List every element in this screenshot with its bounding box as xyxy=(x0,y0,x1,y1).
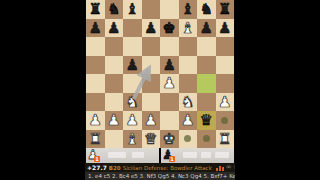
piece-white-knight[interactable]: ♞ xyxy=(123,93,142,112)
piece-black-rook[interactable]: ♜ xyxy=(216,0,235,19)
piece-white-pawn[interactable]: ♟ xyxy=(123,111,142,130)
square-f2[interactable]: ♟ xyxy=(179,111,198,130)
square-e2[interactable] xyxy=(160,111,179,130)
legal-move-dot-g1[interactable] xyxy=(203,135,210,142)
square-f1[interactable] xyxy=(179,130,198,149)
piece-white-pawn[interactable]: ♟ xyxy=(179,111,198,130)
tray-placeholder xyxy=(132,152,144,158)
square-e3[interactable] xyxy=(160,93,179,112)
piece-white-queen[interactable]: ♛ xyxy=(142,130,161,149)
piece-white-pawn[interactable]: ♟ xyxy=(160,74,179,93)
square-b8[interactable]: ♞ xyxy=(105,0,124,19)
piece-black-pawn[interactable]: ♟ xyxy=(197,19,216,38)
square-h4[interactable] xyxy=(216,74,235,93)
piece-black-pawn[interactable]: ♟ xyxy=(105,19,124,38)
tray-placeholder xyxy=(108,152,126,158)
legal-move-dot-h2[interactable] xyxy=(221,117,228,124)
square-g4[interactable] xyxy=(197,74,216,93)
square-g5[interactable] xyxy=(197,56,216,75)
piece-white-rook[interactable]: ♜ xyxy=(86,130,105,149)
square-d5[interactable] xyxy=(142,56,161,75)
white-capture-badge: 1 xyxy=(94,156,100,162)
square-e8[interactable] xyxy=(160,0,179,19)
app-content: ♜♞♝♝♞♜♟♟♟♚♝♟♟♟♟♟♞♞♟♟♟♟♟♟♛♜♝♛♚♜ ♟ 1 ♟ 1 xyxy=(85,0,235,180)
square-f8[interactable]: ♝ xyxy=(179,0,198,19)
square-d2[interactable]: ♟ xyxy=(142,111,161,130)
piece-white-knight[interactable]: ♞ xyxy=(179,93,198,112)
piece-black-knight[interactable]: ♞ xyxy=(105,0,124,19)
bar-chart-icon[interactable] xyxy=(216,165,224,171)
square-a1[interactable]: ♜ xyxy=(86,130,105,149)
piece-black-knight[interactable]: ♞ xyxy=(197,0,216,19)
piece-black-rook[interactable]: ♜ xyxy=(86,0,105,19)
square-g3[interactable] xyxy=(197,93,216,112)
square-a7[interactable]: ♟ xyxy=(86,19,105,38)
square-c2[interactable]: ♟ xyxy=(123,111,142,130)
tray-placeholder xyxy=(183,152,197,158)
black-capture-badge: 1 xyxy=(169,156,175,162)
piece-white-pawn[interactable]: ♟ xyxy=(105,111,124,130)
square-h6[interactable] xyxy=(216,37,235,56)
square-c3[interactable]: ♞ xyxy=(123,93,142,112)
piece-white-bishop[interactable]: ♝ xyxy=(123,130,142,149)
square-d4[interactable] xyxy=(142,74,161,93)
square-c1[interactable]: ♝ xyxy=(123,130,142,149)
square-g7[interactable]: ♟ xyxy=(197,19,216,38)
square-h8[interactable]: ♜ xyxy=(216,0,235,19)
piece-black-pawn[interactable]: ♟ xyxy=(216,19,235,38)
square-d8[interactable] xyxy=(142,0,161,19)
square-g2[interactable]: ♛ xyxy=(197,111,216,130)
square-e7[interactable]: ♚ xyxy=(160,19,179,38)
square-d3[interactable] xyxy=(142,93,161,112)
square-d1[interactable]: ♛ xyxy=(142,130,161,149)
opening-name: Sicilian Defense: Bowdler Attack xyxy=(123,165,212,171)
square-c7[interactable] xyxy=(123,19,142,38)
infinity-icon[interactable]: ∞ xyxy=(226,163,232,172)
piece-white-king[interactable]: ♚ xyxy=(160,130,179,149)
square-e6[interactable] xyxy=(160,37,179,56)
square-f5[interactable] xyxy=(179,56,198,75)
piece-black-pawn[interactable]: ♟ xyxy=(160,56,179,75)
white-player-tray[interactable]: ♟ 1 xyxy=(86,148,159,163)
square-h3[interactable]: ♟ xyxy=(216,93,235,112)
piece-white-pawn[interactable]: ♟ xyxy=(142,111,161,130)
square-f3[interactable]: ♞ xyxy=(179,93,198,112)
piece-white-rook[interactable]: ♜ xyxy=(216,130,235,149)
square-f7[interactable]: ♝ xyxy=(179,19,198,38)
square-c6[interactable] xyxy=(123,37,142,56)
square-b4[interactable] xyxy=(105,74,124,93)
analysis-bar: +27.7 B20 Sicilian Defense: Bowdler Atta… xyxy=(85,163,235,172)
evaluation-score: +27.7 xyxy=(87,164,107,171)
square-c8[interactable]: ♝ xyxy=(123,0,142,19)
black-player-tray[interactable]: ♟ 1 xyxy=(161,148,234,163)
piece-black-pawn[interactable]: ♟ xyxy=(86,19,105,38)
square-b5[interactable] xyxy=(105,56,124,75)
piece-black-queen[interactable]: ♛ xyxy=(197,111,216,130)
square-h7[interactable]: ♟ xyxy=(216,19,235,38)
square-e5[interactable]: ♟ xyxy=(160,56,179,75)
chess-board[interactable]: ♜♞♝♝♞♜♟♟♟♚♝♟♟♟♟♟♞♞♟♟♟♟♟♟♛♜♝♛♚♜ xyxy=(86,0,234,148)
square-c4[interactable] xyxy=(123,74,142,93)
square-c5[interactable]: ♟ xyxy=(123,56,142,75)
square-a4[interactable] xyxy=(86,74,105,93)
piece-white-pawn[interactable]: ♟ xyxy=(86,111,105,130)
square-d7[interactable]: ♟ xyxy=(142,19,161,38)
square-e1[interactable]: ♚ xyxy=(160,130,179,149)
menu-icon[interactable]: ≡ xyxy=(234,163,235,172)
piece-black-king[interactable]: ♚ xyxy=(160,19,179,38)
square-d6[interactable] xyxy=(142,37,161,56)
square-g6[interactable] xyxy=(197,37,216,56)
square-b2[interactable]: ♟ xyxy=(105,111,124,130)
piece-white-bishop[interactable]: ♝ xyxy=(179,19,198,38)
piece-black-bishop[interactable]: ♝ xyxy=(179,0,198,19)
player-trays: ♟ 1 ♟ 1 xyxy=(86,148,234,163)
square-e4[interactable]: ♟ xyxy=(160,74,179,93)
square-b1[interactable] xyxy=(105,130,124,149)
square-f4[interactable] xyxy=(179,74,198,93)
eco-code: B20 xyxy=(109,165,121,171)
square-a6[interactable] xyxy=(86,37,105,56)
square-f6[interactable] xyxy=(179,37,198,56)
piece-black-pawn[interactable]: ♟ xyxy=(142,19,161,38)
square-a5[interactable] xyxy=(86,56,105,75)
square-a8[interactable]: ♜ xyxy=(86,0,105,19)
move-list[interactable]: 1. e4 c5 2. Bc4 e5 3. Nf3 Qg5 4. Nc3 Qg4… xyxy=(85,172,235,180)
tray-placeholder xyxy=(201,152,211,158)
square-h5[interactable] xyxy=(216,56,235,75)
square-g1[interactable] xyxy=(197,130,216,149)
screen: ♜♞♝♝♞♜♟♟♟♚♝♟♟♟♟♟♞♞♟♟♟♟♟♟♛♜♝♛♚♜ ♟ 1 ♟ 1 xyxy=(0,0,320,180)
square-b7[interactable]: ♟ xyxy=(105,19,124,38)
square-b6[interactable] xyxy=(105,37,124,56)
piece-white-pawn[interactable]: ♟ xyxy=(216,93,235,112)
square-g8[interactable]: ♞ xyxy=(197,0,216,19)
square-h1[interactable]: ♜ xyxy=(216,130,235,149)
square-a3[interactable] xyxy=(86,93,105,112)
square-a2[interactable]: ♟ xyxy=(86,111,105,130)
square-b3[interactable] xyxy=(105,93,124,112)
piece-black-bishop[interactable]: ♝ xyxy=(123,0,142,19)
legal-move-dot-f1[interactable] xyxy=(184,135,191,142)
square-h2[interactable] xyxy=(216,111,235,130)
piece-black-pawn[interactable]: ♟ xyxy=(123,56,142,75)
tray-placeholder xyxy=(215,152,229,158)
